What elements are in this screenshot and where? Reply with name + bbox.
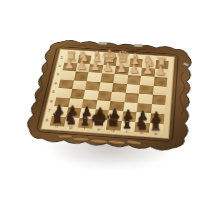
chess-board: ♜♞♝♚♛♝♞♜♟♟♟♟♟♟♟♟♟♟♟♟♟♟♟♟♜♞♝♚♛♝♞♜ hgfedcb… bbox=[16, 36, 195, 156]
clasp-icon bbox=[134, 44, 143, 47]
square-c5[interactable] bbox=[124, 93, 139, 103]
square-a2[interactable]: ♟ bbox=[154, 68, 168, 77]
clasp-icon bbox=[98, 42, 107, 45]
square-a8[interactable]: ♜ bbox=[149, 123, 164, 134]
piece-black-rook[interactable]: ♜ bbox=[146, 119, 165, 133]
board-grid: ♜♞♝♚♛♝♞♜♟♟♟♟♟♟♟♟♟♟♟♟♟♟♟♟♜♞♝♚♛♝♞♜ bbox=[50, 54, 169, 134]
piece-white-pawn[interactable]: ♟ bbox=[152, 65, 170, 77]
square-a5[interactable] bbox=[151, 95, 165, 105]
playing-surface: ♜♞♝♚♛♝♞♜♟♟♟♟♟♟♟♟♟♟♟♟♟♟♟♟♜♞♝♚♛♝♞♜ hgfedcb… bbox=[40, 49, 174, 139]
product-photo: ♜♞♝♚♛♝♞♜♟♟♟♟♟♟♟♟♟♟♟♟♟♟♟♟♜♞♝♚♛♝♞♜ hgfedcb… bbox=[0, 0, 220, 200]
square-b4[interactable] bbox=[139, 85, 153, 95]
square-c3[interactable] bbox=[127, 75, 141, 85]
